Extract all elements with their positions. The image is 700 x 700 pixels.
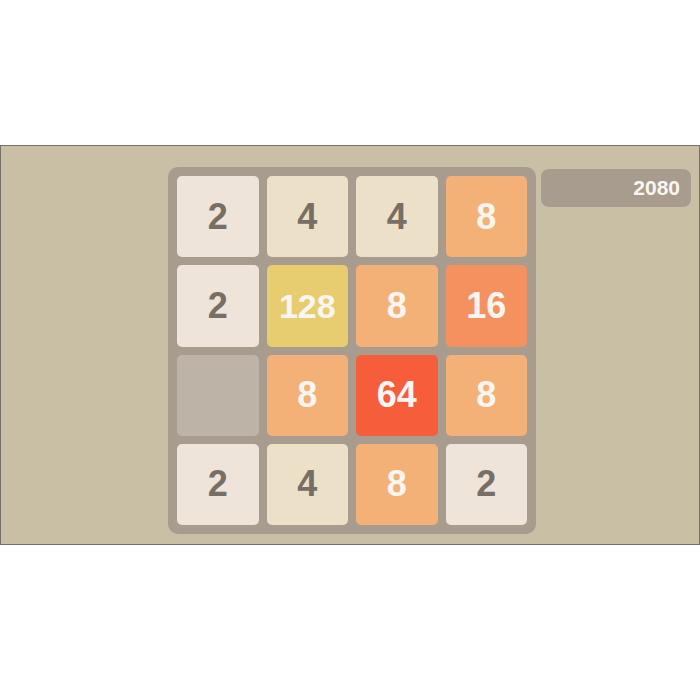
- tile-2-r1c1: 2: [177, 176, 259, 257]
- tile-4-r4c2: 4: [267, 444, 349, 525]
- tile-8-r3c2: 8: [267, 355, 349, 436]
- score-badge: 2080: [541, 169, 691, 207]
- tile-8-r3c4: 8: [446, 355, 528, 436]
- tile-2-r4c1: 2: [177, 444, 259, 525]
- tile-4-r1c3: 4: [356, 176, 438, 257]
- tile-16-r2c4: 16: [446, 265, 528, 346]
- score-value: 2080: [633, 176, 680, 200]
- tile-128-r2c2: 128: [267, 265, 349, 346]
- empty-cell-r3c1: [177, 355, 259, 436]
- tile-2-r4c4: 2: [446, 444, 528, 525]
- tile-8-r2c3: 8: [356, 265, 438, 346]
- game-screen: 2448212881686482482 2080: [0, 145, 700, 545]
- board-grid[interactable]: 2448212881686482482: [168, 167, 536, 534]
- tile-2-r2c1: 2: [177, 265, 259, 346]
- tile-64-r3c3: 64: [356, 355, 438, 436]
- tile-8-r4c3: 8: [356, 444, 438, 525]
- tile-8-r1c4: 8: [446, 176, 528, 257]
- tile-4-r1c2: 4: [267, 176, 349, 257]
